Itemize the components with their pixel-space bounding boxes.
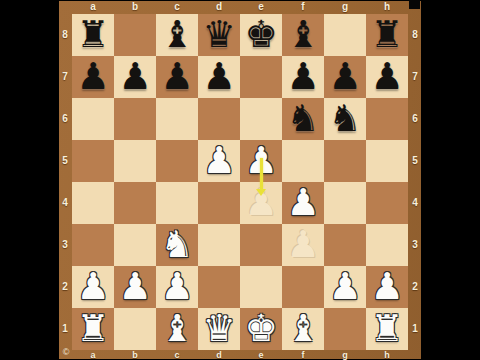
file-label-c: c [156, 350, 198, 360]
square-a6[interactable] [72, 98, 114, 140]
rank-label-2: 2 [58, 266, 72, 308]
square-b3[interactable] [114, 224, 156, 266]
square-g1[interactable] [324, 308, 366, 350]
square-e6[interactable] [240, 98, 282, 140]
square-g5[interactable] [324, 140, 366, 182]
rank-label-8: 8 [408, 14, 422, 56]
rank-label-4: 4 [408, 182, 422, 224]
piece-black-pawn-g7[interactable]: ♟ [328, 56, 361, 98]
square-f8[interactable]: ♝ [282, 14, 324, 56]
corner-black-square [409, 0, 420, 9]
square-f6[interactable]: ♞ [282, 98, 324, 140]
piece-white-bishop-f1[interactable]: ♝ [286, 308, 319, 350]
square-h7[interactable]: ♟ [366, 56, 408, 98]
rank-label-4: 4 [58, 182, 72, 224]
piece-black-rook-h8[interactable]: ♜ [370, 14, 403, 56]
square-c6[interactable] [156, 98, 198, 140]
piece-black-king-e8[interactable]: ♚ [244, 14, 277, 56]
square-g6[interactable]: ♞ [324, 98, 366, 140]
rank-label-8: 8 [58, 14, 72, 56]
piece-white-pawn-a2[interactable]: ♟ [76, 266, 109, 308]
square-e1[interactable]: ♚ [240, 308, 282, 350]
square-b7[interactable]: ♟ [114, 56, 156, 98]
piece-white-queen-d1[interactable]: ♛ [202, 308, 235, 350]
square-g7[interactable]: ♟ [324, 56, 366, 98]
piece-black-knight-f6[interactable]: ♞ [286, 98, 319, 140]
square-d4[interactable] [198, 182, 240, 224]
piece-black-pawn-h7[interactable]: ♟ [370, 56, 403, 98]
square-h4[interactable] [366, 182, 408, 224]
piece-white-pawn-d5[interactable]: ♟ [202, 140, 235, 182]
file-label-h: h [366, 350, 408, 360]
file-label-a: a [72, 0, 114, 14]
rank-label-1: 1 [58, 308, 72, 350]
square-g3[interactable] [324, 224, 366, 266]
square-e4[interactable]: ♟ [240, 182, 282, 224]
piece-white-pawn-g2[interactable]: ♟ [328, 266, 361, 308]
square-c1[interactable]: ♝ [156, 308, 198, 350]
rank-label-2: 2 [408, 266, 422, 308]
file-label-b: b [114, 0, 156, 14]
rank-labels-left: 87654321 [58, 14, 72, 350]
square-d3[interactable] [198, 224, 240, 266]
square-f3[interactable]: ♟ [282, 224, 324, 266]
file-label-e: e [240, 0, 282, 14]
square-h2[interactable]: ♟ [366, 266, 408, 308]
file-labels-top: abcdefgh [72, 0, 408, 14]
ghost-piece-e4: ♟ [240, 182, 282, 224]
piece-black-bishop-f8[interactable]: ♝ [286, 14, 319, 56]
square-h8[interactable]: ♜ [366, 14, 408, 56]
piece-black-bishop-c8[interactable]: ♝ [160, 14, 193, 56]
square-h5[interactable] [366, 140, 408, 182]
square-b5[interactable] [114, 140, 156, 182]
rank-label-3: 3 [408, 224, 422, 266]
piece-white-pawn-e5[interactable]: ♟ [244, 140, 277, 182]
file-label-b: b [114, 350, 156, 360]
file-label-g: g [324, 350, 366, 360]
square-a8[interactable]: ♜ [72, 14, 114, 56]
square-f1[interactable]: ♝ [282, 308, 324, 350]
square-a1[interactable]: ♜ [72, 308, 114, 350]
square-e3[interactable] [240, 224, 282, 266]
square-b4[interactable] [114, 182, 156, 224]
rank-label-7: 7 [58, 56, 72, 98]
square-a5[interactable] [72, 140, 114, 182]
square-e7[interactable] [240, 56, 282, 98]
screenshot-root: { "game": "chess", "window": { "backgrou… [0, 0, 480, 360]
square-f4[interactable]: ♟ [282, 182, 324, 224]
piece-black-rook-a8[interactable]: ♜ [76, 14, 109, 56]
square-b8[interactable] [114, 14, 156, 56]
piece-black-pawn-d7[interactable]: ♟ [202, 56, 235, 98]
piece-black-queen-d8[interactable]: ♛ [202, 14, 235, 56]
piece-white-pawn-c2[interactable]: ♟ [160, 266, 193, 308]
board-frame: abcdefgh abcdefgh 87654321 87654321 ♜♝♛♚… [58, 0, 422, 360]
rank-label-7: 7 [408, 56, 422, 98]
rank-label-3: 3 [58, 224, 72, 266]
piece-white-rook-h1[interactable]: ♜ [370, 308, 403, 350]
square-h6[interactable] [366, 98, 408, 140]
piece-white-rook-a1[interactable]: ♜ [76, 308, 109, 350]
square-f7[interactable]: ♟ [282, 56, 324, 98]
rank-label-5: 5 [408, 140, 422, 182]
square-b1[interactable] [114, 308, 156, 350]
file-label-d: d [198, 350, 240, 360]
rank-label-6: 6 [408, 98, 422, 140]
rank-label-1: 1 [408, 308, 422, 350]
square-h3[interactable] [366, 224, 408, 266]
square-e5[interactable]: ♟ [240, 140, 282, 182]
piece-white-king-e1[interactable]: ♚ [244, 308, 277, 350]
file-label-c: c [156, 0, 198, 14]
file-label-g: g [324, 0, 366, 14]
square-d5[interactable]: ♟ [198, 140, 240, 182]
chess-board[interactable]: ♜♝♛♚♝♜♟♟♟♟♟♟♟♞♞♟♟♟♟♞♟♟♟♟♟♟♜♝♛♚♝♜ [72, 14, 408, 350]
piece-black-pawn-f7[interactable]: ♟ [286, 56, 319, 98]
square-b6[interactable] [114, 98, 156, 140]
piece-white-bishop-c1[interactable]: ♝ [160, 308, 193, 350]
square-g8[interactable] [324, 14, 366, 56]
piece-white-pawn-h2[interactable]: ♟ [370, 266, 403, 308]
square-c7[interactable]: ♟ [156, 56, 198, 98]
square-a3[interactable] [72, 224, 114, 266]
rank-label-6: 6 [58, 98, 72, 140]
square-f2[interactable] [282, 266, 324, 308]
square-c4[interactable] [156, 182, 198, 224]
file-label-a: a [72, 350, 114, 360]
square-d1[interactable]: ♛ [198, 308, 240, 350]
piece-white-pawn-b2[interactable]: ♟ [118, 266, 151, 308]
file-label-d: d [198, 0, 240, 14]
square-f5[interactable] [282, 140, 324, 182]
square-c8[interactable]: ♝ [156, 14, 198, 56]
piece-black-pawn-b7[interactable]: ♟ [118, 56, 151, 98]
square-d7[interactable]: ♟ [198, 56, 240, 98]
square-c5[interactable] [156, 140, 198, 182]
square-g4[interactable] [324, 182, 366, 224]
piece-black-pawn-a7[interactable]: ♟ [76, 56, 109, 98]
file-label-f: f [282, 0, 324, 14]
square-d2[interactable] [198, 266, 240, 308]
square-e2[interactable] [240, 266, 282, 308]
square-d6[interactable] [198, 98, 240, 140]
file-label-f: f [282, 350, 324, 360]
piece-black-pawn-c7[interactable]: ♟ [160, 56, 193, 98]
file-label-h: h [366, 0, 408, 14]
file-labels-bottom: abcdefgh [72, 350, 408, 360]
square-d8[interactable]: ♛ [198, 14, 240, 56]
square-e8[interactable]: ♚ [240, 14, 282, 56]
square-a4[interactable] [72, 182, 114, 224]
square-c2[interactable]: ♟ [156, 266, 198, 308]
piece-black-knight-g6[interactable]: ♞ [328, 98, 361, 140]
file-label-e: e [240, 350, 282, 360]
rank-labels-right: 87654321 [408, 14, 422, 350]
square-h1[interactable]: ♜ [366, 308, 408, 350]
square-a2[interactable]: ♟ [72, 266, 114, 308]
ghost-piece-f3: ♟ [282, 224, 324, 266]
square-g2[interactable]: ♟ [324, 266, 366, 308]
square-c3[interactable]: ♞ [156, 224, 198, 266]
rank-label-5: 5 [58, 140, 72, 182]
square-a7[interactable]: ♟ [72, 56, 114, 98]
piece-white-pawn-f4[interactable]: ♟ [286, 182, 319, 224]
piece-white-knight-c3[interactable]: ♞ [160, 224, 193, 266]
watermark-copyright: © [60, 346, 72, 358]
square-b2[interactable]: ♟ [114, 266, 156, 308]
video-frame: abcdefgh abcdefgh 87654321 87654321 ♜♝♛♚… [0, 0, 480, 360]
